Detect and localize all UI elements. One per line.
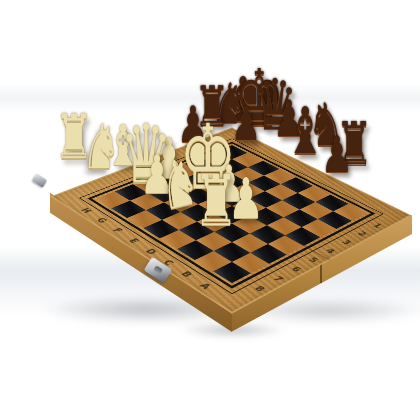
chess-set-photo: HGFEDCBA12345678 ♝♞♜♚♛♟♟♟♞♝♜♝♜♞♟♟♛♚♟♟♞♟♜ <box>0 0 420 420</box>
piece-dark-bishop[interactable]: ♝ <box>284 99 325 163</box>
pieces-layer: ♝♞♜♚♛♟♟♟♞♝♜♝♜♞♟♟♛♚♟♟♞♟♜ <box>0 0 420 420</box>
piece-white-knight[interactable]: ♞ <box>81 116 120 178</box>
piece-white-rook[interactable]: ♜ <box>194 166 239 236</box>
piece-dark-pawn[interactable]: ♟ <box>321 130 353 180</box>
